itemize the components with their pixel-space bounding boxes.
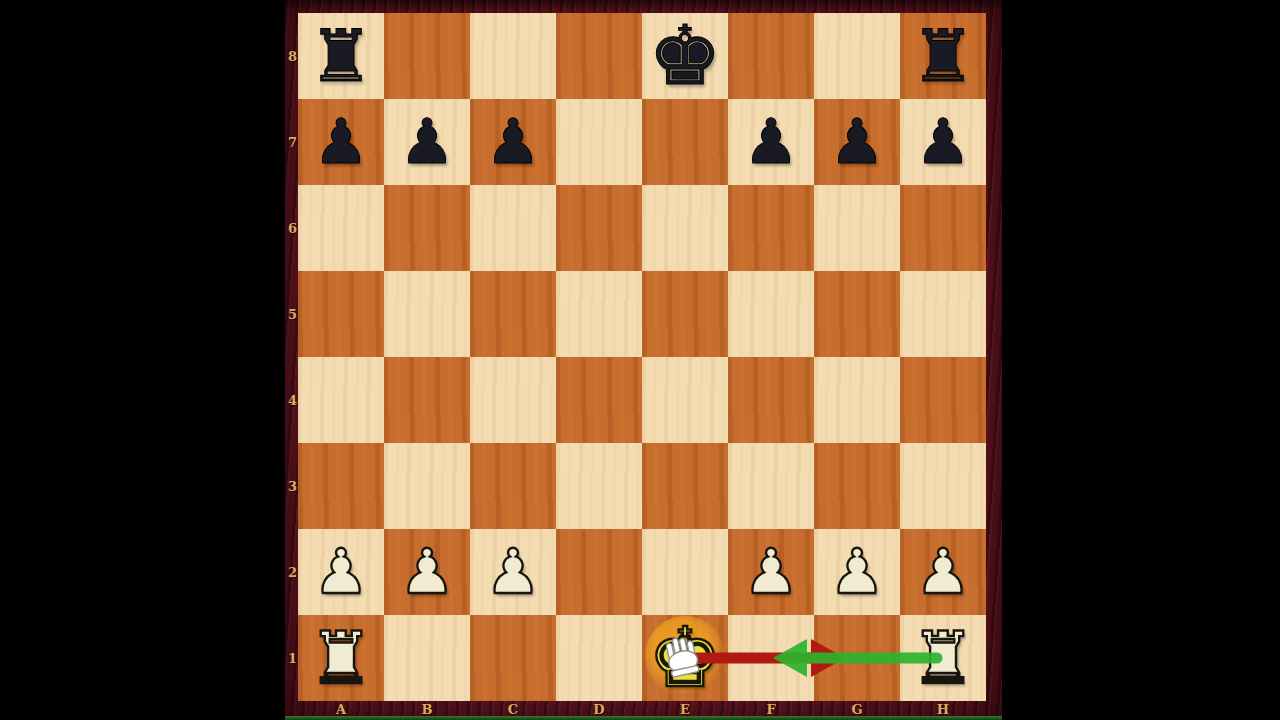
square-g4[interactable] (814, 357, 900, 443)
square-a5[interactable] (298, 271, 384, 357)
file-label-f: F (766, 702, 775, 717)
rank-label-7: 7 (287, 135, 298, 150)
square-d7[interactable] (556, 99, 642, 185)
square-c6[interactable] (470, 185, 556, 271)
square-f8[interactable] (728, 13, 814, 99)
square-c5[interactable] (470, 271, 556, 357)
square-d5[interactable] (556, 271, 642, 357)
square-h5[interactable] (900, 271, 986, 357)
square-e1[interactable]: ♚ (642, 615, 728, 701)
square-c7[interactable]: ♟ (470, 99, 556, 185)
square-e5[interactable] (642, 271, 728, 357)
square-b1[interactable] (384, 615, 470, 701)
rank-label-1: 1 (287, 651, 298, 666)
white-pawn[interactable]: ♟ (399, 541, 455, 603)
square-c4[interactable] (470, 357, 556, 443)
square-g3[interactable] (814, 443, 900, 529)
black-rook[interactable]: ♜ (309, 20, 374, 92)
square-h1[interactable]: ♜ (900, 615, 986, 701)
square-h2[interactable]: ♟ (900, 529, 986, 615)
square-g7[interactable]: ♟ (814, 99, 900, 185)
square-d1[interactable] (556, 615, 642, 701)
white-pawn[interactable]: ♟ (829, 541, 885, 603)
black-rook[interactable]: ♜ (911, 20, 976, 92)
square-a6[interactable] (298, 185, 384, 271)
square-h7[interactable]: ♟ (900, 99, 986, 185)
square-g6[interactable] (814, 185, 900, 271)
file-label-b: B (422, 702, 433, 717)
square-a1[interactable]: ♜ (298, 615, 384, 701)
square-d4[interactable] (556, 357, 642, 443)
square-d8[interactable] (556, 13, 642, 99)
white-rook[interactable]: ♜ (309, 622, 374, 694)
square-f7[interactable]: ♟ (728, 99, 814, 185)
square-e7[interactable] (642, 99, 728, 185)
file-label-g: G (851, 702, 862, 717)
square-d2[interactable] (556, 529, 642, 615)
square-a4[interactable] (298, 357, 384, 443)
black-pawn[interactable]: ♟ (915, 111, 971, 173)
chess-board: ♜♚♜♟♟♟♟♟♟♟♟♟♟♟♟♜♚♜ (298, 13, 986, 701)
square-h8[interactable]: ♜ (900, 13, 986, 99)
square-d6[interactable] (556, 185, 642, 271)
square-h6[interactable] (900, 185, 986, 271)
square-a3[interactable] (298, 443, 384, 529)
square-c8[interactable] (470, 13, 556, 99)
square-f2[interactable]: ♟ (728, 529, 814, 615)
square-b2[interactable]: ♟ (384, 529, 470, 615)
white-pawn[interactable]: ♟ (743, 541, 799, 603)
square-a8[interactable]: ♜ (298, 13, 384, 99)
square-e3[interactable] (642, 443, 728, 529)
chess-board-frame: ♜♚♜♟♟♟♟♟♟♟♟♟♟♟♟♜♚♜ 87654321ABCDEFGH (285, 0, 1002, 720)
file-label-d: D (593, 702, 604, 717)
square-b4[interactable] (384, 357, 470, 443)
file-label-c: C (508, 702, 518, 717)
square-b3[interactable] (384, 443, 470, 529)
square-c2[interactable]: ♟ (470, 529, 556, 615)
square-a7[interactable]: ♟ (298, 99, 384, 185)
black-pawn[interactable]: ♟ (485, 111, 541, 173)
square-g1[interactable] (814, 615, 900, 701)
square-h4[interactable] (900, 357, 986, 443)
square-c1[interactable] (470, 615, 556, 701)
file-label-e: E (680, 702, 690, 717)
square-b5[interactable] (384, 271, 470, 357)
black-pawn[interactable]: ♟ (829, 111, 885, 173)
square-f3[interactable] (728, 443, 814, 529)
file-label-a: A (336, 702, 346, 717)
square-f1[interactable] (728, 615, 814, 701)
rank-label-5: 5 (287, 307, 298, 322)
square-f4[interactable] (728, 357, 814, 443)
square-a2[interactable]: ♟ (298, 529, 384, 615)
square-f5[interactable] (728, 271, 814, 357)
square-g2[interactable]: ♟ (814, 529, 900, 615)
square-b7[interactable]: ♟ (384, 99, 470, 185)
square-e6[interactable] (642, 185, 728, 271)
black-pawn[interactable]: ♟ (313, 111, 369, 173)
square-e4[interactable] (642, 357, 728, 443)
square-b8[interactable] (384, 13, 470, 99)
square-d3[interactable] (556, 443, 642, 529)
white-pawn[interactable]: ♟ (915, 541, 971, 603)
square-c3[interactable] (470, 443, 556, 529)
rank-label-6: 6 (287, 221, 298, 236)
square-g8[interactable] (814, 13, 900, 99)
square-e2[interactable] (642, 529, 728, 615)
rank-label-4: 4 (287, 393, 298, 408)
square-h3[interactable] (900, 443, 986, 529)
white-pawn[interactable]: ♟ (485, 541, 541, 603)
rank-label-3: 3 (287, 479, 298, 494)
square-f6[interactable] (728, 185, 814, 271)
square-g5[interactable] (814, 271, 900, 357)
black-pawn[interactable]: ♟ (743, 111, 799, 173)
black-pawn[interactable]: ♟ (399, 111, 455, 173)
file-label-h: H (937, 702, 949, 717)
black-king[interactable]: ♚ (648, 15, 722, 97)
video-frame: ♜♚♜♟♟♟♟♟♟♟♟♟♟♟♟♜♚♜ 87654321ABCDEFGH (0, 0, 1280, 720)
white-pawn[interactable]: ♟ (313, 541, 369, 603)
square-b6[interactable] (384, 185, 470, 271)
rank-label-2: 2 (287, 565, 298, 580)
frame-bottom-edge (285, 716, 1002, 720)
rank-label-8: 8 (287, 49, 298, 64)
square-e8[interactable]: ♚ (642, 13, 728, 99)
white-rook[interactable]: ♜ (911, 622, 976, 694)
